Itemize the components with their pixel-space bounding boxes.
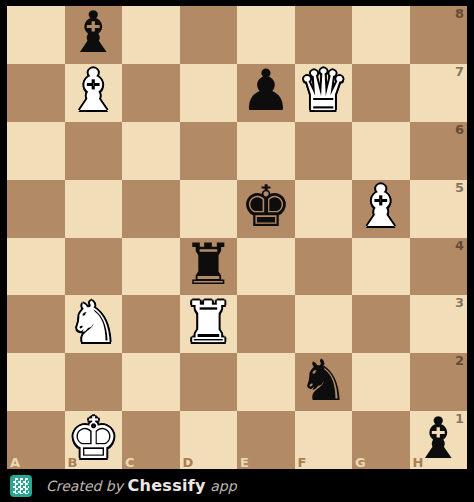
piece-black-knight[interactable]: ♞	[298, 352, 349, 409]
created-by-label: Created by	[46, 478, 123, 494]
square-e7[interactable]: ♟	[237, 64, 295, 122]
square-c6[interactable]	[122, 122, 180, 180]
square-d7[interactable]	[180, 64, 238, 122]
square-c8[interactable]	[122, 6, 180, 64]
file-label-d: D	[183, 455, 194, 470]
piece-white-queen[interactable]: ♛	[298, 62, 349, 119]
square-c5[interactable]	[122, 180, 180, 238]
square-e6[interactable]	[237, 122, 295, 180]
chessify-logo-icon	[10, 475, 32, 497]
square-b5[interactable]	[65, 180, 123, 238]
piece-black-bishop[interactable]: ♝	[68, 4, 119, 61]
square-f4[interactable]	[295, 238, 353, 296]
square-a7[interactable]	[7, 64, 65, 122]
watermark-text: Created by Chessify app	[46, 476, 237, 495]
square-h8[interactable]: 8	[410, 6, 468, 64]
file-label-c: C	[125, 455, 135, 470]
square-b4[interactable]	[65, 238, 123, 296]
square-e4[interactable]	[237, 238, 295, 296]
square-c4[interactable]	[122, 238, 180, 296]
square-g7[interactable]	[352, 64, 410, 122]
file-label-f: F	[298, 455, 307, 470]
square-c7[interactable]	[122, 64, 180, 122]
square-c2[interactable]	[122, 353, 180, 411]
file-label-a: A	[10, 455, 20, 470]
square-e5[interactable]: ♚	[237, 180, 295, 238]
file-label-e: E	[240, 455, 249, 470]
square-g2[interactable]	[352, 353, 410, 411]
square-e3[interactable]	[237, 295, 295, 353]
square-a5[interactable]	[7, 180, 65, 238]
square-h4[interactable]: 4	[410, 238, 468, 296]
piece-black-pawn[interactable]: ♟	[240, 62, 291, 119]
square-g5[interactable]: ♝	[352, 180, 410, 238]
square-g4[interactable]	[352, 238, 410, 296]
square-g8[interactable]	[352, 6, 410, 64]
square-d3[interactable]: ♜	[180, 295, 238, 353]
piece-black-king[interactable]: ♚	[240, 178, 291, 235]
app-label: app	[210, 478, 236, 494]
chess-board: ♝8♝♟♛76♚♝5♜4♞♜3♞2AB♚CDEFG1H♝	[7, 6, 467, 469]
file-label-g: G	[355, 455, 366, 470]
square-f3[interactable]	[295, 295, 353, 353]
square-e1[interactable]: E	[237, 411, 295, 469]
square-a3[interactable]	[7, 295, 65, 353]
footer-bar: Created by Chessify app	[0, 469, 474, 502]
square-a4[interactable]	[7, 238, 65, 296]
square-e8[interactable]	[237, 6, 295, 64]
rank-label-5: 5	[455, 180, 464, 195]
square-c3[interactable]	[122, 295, 180, 353]
square-h3[interactable]: 3	[410, 295, 468, 353]
square-d5[interactable]	[180, 180, 238, 238]
square-d2[interactable]	[180, 353, 238, 411]
rank-label-7: 7	[455, 64, 464, 79]
rank-label-3: 3	[455, 295, 464, 310]
square-f2[interactable]: ♞	[295, 353, 353, 411]
square-g3[interactable]	[352, 295, 410, 353]
rank-label-6: 6	[455, 122, 464, 137]
square-d1[interactable]: D	[180, 411, 238, 469]
piece-white-knight[interactable]: ♞	[68, 294, 119, 351]
square-d6[interactable]	[180, 122, 238, 180]
brand-name: Chessify	[127, 476, 205, 495]
square-h5[interactable]: 5	[410, 180, 468, 238]
square-h7[interactable]: 7	[410, 64, 468, 122]
square-a8[interactable]	[7, 6, 65, 64]
checkerboard-pattern	[13, 478, 29, 494]
square-b7[interactable]: ♝	[65, 64, 123, 122]
piece-black-rook[interactable]: ♜	[183, 236, 234, 293]
square-h1[interactable]: 1H♝	[410, 411, 468, 469]
square-b8[interactable]: ♝	[65, 6, 123, 64]
square-f5[interactable]	[295, 180, 353, 238]
rank-label-2: 2	[455, 353, 464, 368]
file-label-h: H	[413, 455, 424, 470]
square-e2[interactable]	[237, 353, 295, 411]
chess-diagram: ♝8♝♟♛76♚♝5♜4♞♜3♞2AB♚CDEFG1H♝ Created by …	[0, 0, 474, 502]
rank-label-4: 4	[455, 238, 464, 253]
file-label-b: B	[68, 455, 78, 470]
square-d8[interactable]	[180, 6, 238, 64]
square-c1[interactable]: C	[122, 411, 180, 469]
piece-white-bishop[interactable]: ♝	[68, 62, 119, 119]
square-h2[interactable]: 2	[410, 353, 468, 411]
piece-white-rook[interactable]: ♜	[183, 294, 234, 351]
square-a6[interactable]	[7, 122, 65, 180]
square-b3[interactable]: ♞	[65, 295, 123, 353]
square-f6[interactable]	[295, 122, 353, 180]
rank-label-8: 8	[455, 6, 464, 21]
square-d4[interactable]: ♜	[180, 238, 238, 296]
square-b6[interactable]	[65, 122, 123, 180]
square-g6[interactable]	[352, 122, 410, 180]
square-b1[interactable]: B♚	[65, 411, 123, 469]
square-h6[interactable]: 6	[410, 122, 468, 180]
square-a1[interactable]: A	[7, 411, 65, 469]
square-f7[interactable]: ♛	[295, 64, 353, 122]
square-f1[interactable]: F	[295, 411, 353, 469]
square-b2[interactable]	[65, 353, 123, 411]
square-f8[interactable]	[295, 6, 353, 64]
square-g1[interactable]: G	[352, 411, 410, 469]
rank-label-1: 1	[455, 411, 464, 426]
piece-white-bishop[interactable]: ♝	[355, 178, 406, 235]
square-a2[interactable]	[7, 353, 65, 411]
